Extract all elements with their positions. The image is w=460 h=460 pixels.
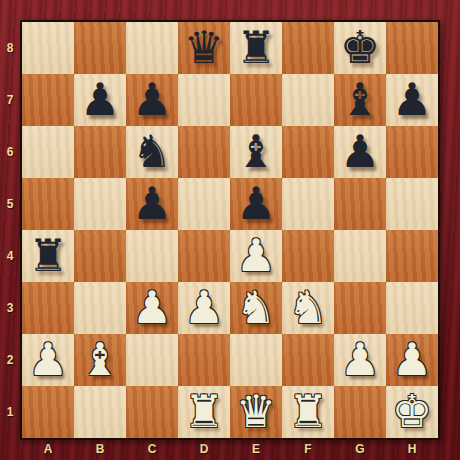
black-knight-c6[interactable]: ♞ [132,126,172,178]
square-g4[interactable] [334,230,386,282]
square-h8[interactable] [386,22,438,74]
square-c2[interactable] [126,334,178,386]
square-a4[interactable]: ♜ [22,230,74,282]
file-label-d: D [178,438,230,460]
square-g5[interactable] [334,178,386,230]
square-g2[interactable]: ♟ [334,334,386,386]
square-d4[interactable] [178,230,230,282]
square-d2[interactable] [178,334,230,386]
square-f7[interactable] [282,74,334,126]
square-f1[interactable]: ♜ [282,386,334,438]
square-h5[interactable] [386,178,438,230]
square-g1[interactable] [334,386,386,438]
square-d7[interactable] [178,74,230,126]
square-f6[interactable] [282,126,334,178]
white-knight-e3[interactable]: ♞ [236,282,276,334]
square-e1[interactable]: ♛ [230,386,282,438]
white-pawn-c3[interactable]: ♟ [132,282,172,334]
chess-board: ♛♜♚♟♟♝♟♞♝♟♟♟♜♟♟♟♞♞♟♝♟♟♜♛♜♚ [22,22,438,438]
rank-label-2: 2 [0,334,20,386]
white-king-h1[interactable]: ♚ [392,386,432,438]
black-bishop-g7[interactable]: ♝ [340,74,380,126]
board-outline: ♛♜♚♟♟♝♟♞♝♟♟♟♜♟♟♟♞♞♟♝♟♟♜♛♜♚ [20,20,440,440]
rank-labels: 87654321 [0,22,20,438]
black-pawn-g6[interactable]: ♟ [340,126,380,178]
file-label-g: G [334,438,386,460]
black-king-g8[interactable]: ♚ [340,22,380,74]
square-b4[interactable] [74,230,126,282]
square-c3[interactable]: ♟ [126,282,178,334]
square-g8[interactable]: ♚ [334,22,386,74]
rank-label-8: 8 [0,22,20,74]
file-label-h: H [386,438,438,460]
file-label-c: C [126,438,178,460]
white-pawn-d3[interactable]: ♟ [184,282,224,334]
square-e7[interactable] [230,74,282,126]
rank-label-1: 1 [0,386,20,438]
black-bishop-e6[interactable]: ♝ [236,126,276,178]
square-d6[interactable] [178,126,230,178]
square-h3[interactable] [386,282,438,334]
square-f4[interactable] [282,230,334,282]
square-g7[interactable]: ♝ [334,74,386,126]
rank-label-7: 7 [0,74,20,126]
white-pawn-g2[interactable]: ♟ [340,334,380,386]
square-c7[interactable]: ♟ [126,74,178,126]
square-a8[interactable] [22,22,74,74]
square-f5[interactable] [282,178,334,230]
file-label-b: B [74,438,126,460]
black-queen-d8[interactable]: ♛ [184,22,224,74]
rank-label-6: 6 [0,126,20,178]
square-b6[interactable] [74,126,126,178]
square-g6[interactable]: ♟ [334,126,386,178]
square-c6[interactable]: ♞ [126,126,178,178]
black-pawn-b7[interactable]: ♟ [80,74,120,126]
white-queen-e1[interactable]: ♛ [236,386,276,438]
square-c4[interactable] [126,230,178,282]
file-label-e: E [230,438,282,460]
square-d1[interactable]: ♜ [178,386,230,438]
square-h1[interactable]: ♚ [386,386,438,438]
square-h7[interactable]: ♟ [386,74,438,126]
rank-label-3: 3 [0,282,20,334]
square-b2[interactable]: ♝ [74,334,126,386]
square-b1[interactable] [74,386,126,438]
file-labels: ABCDEFGH [22,438,438,460]
white-bishop-b2[interactable]: ♝ [80,334,120,386]
square-f2[interactable] [282,334,334,386]
black-rook-e8[interactable]: ♜ [236,22,276,74]
file-label-a: A [22,438,74,460]
square-d5[interactable] [178,178,230,230]
square-a5[interactable] [22,178,74,230]
square-e8[interactable]: ♜ [230,22,282,74]
square-b7[interactable]: ♟ [74,74,126,126]
black-pawn-c7[interactable]: ♟ [132,74,172,126]
white-pawn-h2[interactable]: ♟ [392,334,432,386]
square-g3[interactable] [334,282,386,334]
square-b8[interactable] [74,22,126,74]
square-e6[interactable]: ♝ [230,126,282,178]
square-f8[interactable] [282,22,334,74]
square-h4[interactable] [386,230,438,282]
rank-label-4: 4 [0,230,20,282]
black-pawn-c5[interactable]: ♟ [132,178,172,230]
rank-label-5: 5 [0,178,20,230]
white-pawn-a2[interactable]: ♟ [28,334,68,386]
square-e2[interactable] [230,334,282,386]
square-f3[interactable]: ♞ [282,282,334,334]
square-b5[interactable] [74,178,126,230]
white-rook-d1[interactable]: ♜ [184,386,224,438]
square-e5[interactable]: ♟ [230,178,282,230]
square-a2[interactable]: ♟ [22,334,74,386]
square-h6[interactable] [386,126,438,178]
square-d3[interactable]: ♟ [178,282,230,334]
square-a7[interactable] [22,74,74,126]
white-pawn-e4[interactable]: ♟ [236,230,276,282]
black-pawn-e5[interactable]: ♟ [236,178,276,230]
square-c5[interactable]: ♟ [126,178,178,230]
square-b3[interactable] [74,282,126,334]
square-e4[interactable]: ♟ [230,230,282,282]
white-rook-f1[interactable]: ♜ [288,386,328,438]
square-h2[interactable]: ♟ [386,334,438,386]
black-rook-a4[interactable]: ♜ [28,230,68,282]
square-a6[interactable] [22,126,74,178]
file-label-f: F [282,438,334,460]
square-c8[interactable] [126,22,178,74]
square-a1[interactable] [22,386,74,438]
black-pawn-h7[interactable]: ♟ [392,74,432,126]
square-a3[interactable] [22,282,74,334]
white-knight-f3[interactable]: ♞ [288,282,328,334]
square-d8[interactable]: ♛ [178,22,230,74]
wood-frame: 87654321 ABCDEFGH ♛♜♚♟♟♝♟♞♝♟♟♟♜♟♟♟♞♞♟♝♟♟… [0,0,460,460]
square-c1[interactable] [126,386,178,438]
square-e3[interactable]: ♞ [230,282,282,334]
